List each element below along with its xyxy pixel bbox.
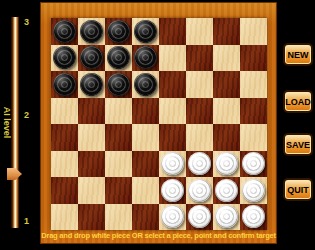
black-piece[interactable] xyxy=(53,73,76,96)
board-cell-f1[interactable] xyxy=(186,204,213,231)
board-cell-e1[interactable] xyxy=(159,204,186,231)
board-cell-e8[interactable] xyxy=(159,18,186,45)
black-piece[interactable] xyxy=(53,46,76,69)
black-piece[interactable] xyxy=(107,73,130,96)
black-piece[interactable] xyxy=(80,46,103,69)
board-cell-b2[interactable] xyxy=(78,177,105,204)
board-cell-f4[interactable] xyxy=(186,124,213,151)
black-piece[interactable] xyxy=(80,20,103,43)
board-cell-g6[interactable] xyxy=(213,71,240,98)
black-piece[interactable] xyxy=(134,46,157,69)
board-cell-f2[interactable] xyxy=(186,177,213,204)
quit-button[interactable]: QUIT xyxy=(283,178,313,201)
board-cell-e3[interactable] xyxy=(159,151,186,178)
board-cell-b1[interactable] xyxy=(78,204,105,231)
white-piece[interactable] xyxy=(161,179,184,202)
ai-level-slider-thumb[interactable] xyxy=(7,167,22,181)
board-cell-d4[interactable] xyxy=(132,124,159,151)
board-cell-a8[interactable] xyxy=(51,18,78,45)
board-cell-f5[interactable] xyxy=(186,98,213,125)
status-message: Drag and drop white piece OR select a pi… xyxy=(41,231,276,240)
white-piece[interactable] xyxy=(188,152,211,175)
board-frame: Drag and drop white piece OR select a pi… xyxy=(40,2,277,244)
ai-level-tick-1: 1 xyxy=(24,216,29,226)
ai-level-tick-3: 3 xyxy=(24,17,29,27)
board-cell-c5[interactable] xyxy=(105,98,132,125)
board-cell-b6[interactable] xyxy=(78,71,105,98)
board-cell-e2[interactable] xyxy=(159,177,186,204)
white-piece[interactable] xyxy=(215,179,238,202)
board-cell-g5[interactable] xyxy=(213,98,240,125)
board-cell-h2[interactable] xyxy=(240,177,267,204)
board-cell-g7[interactable] xyxy=(213,45,240,72)
white-piece[interactable] xyxy=(161,205,184,228)
board-cell-b7[interactable] xyxy=(78,45,105,72)
board-cell-a3[interactable] xyxy=(51,151,78,178)
board-cell-a4[interactable] xyxy=(51,124,78,151)
board-cell-f6[interactable] xyxy=(186,71,213,98)
board-cell-g3[interactable] xyxy=(213,151,240,178)
board-cell-f3[interactable] xyxy=(186,151,213,178)
black-piece[interactable] xyxy=(107,46,130,69)
board-cell-g4[interactable] xyxy=(213,124,240,151)
board-cell-g2[interactable] xyxy=(213,177,240,204)
board-cell-h6[interactable] xyxy=(240,71,267,98)
board-cell-d2[interactable] xyxy=(132,177,159,204)
board-cell-d7[interactable] xyxy=(132,45,159,72)
board-cell-c2[interactable] xyxy=(105,177,132,204)
board-cell-a1[interactable] xyxy=(51,204,78,231)
board-cell-d8[interactable] xyxy=(132,18,159,45)
white-piece[interactable] xyxy=(242,152,265,175)
board-cell-d3[interactable] xyxy=(132,151,159,178)
new-button[interactable]: NEW xyxy=(283,43,313,66)
board-cell-d5[interactable] xyxy=(132,98,159,125)
black-piece[interactable] xyxy=(134,20,157,43)
white-piece[interactable] xyxy=(188,205,211,228)
board-cell-a7[interactable] xyxy=(51,45,78,72)
ai-level-label: AI level xyxy=(1,94,12,152)
board-cell-h8[interactable] xyxy=(240,18,267,45)
board-cell-g1[interactable] xyxy=(213,204,240,231)
ai-level-tick-2: 2 xyxy=(24,110,29,120)
white-piece[interactable] xyxy=(161,152,184,175)
board-cell-c4[interactable] xyxy=(105,124,132,151)
ai-level-slider-track[interactable] xyxy=(11,17,19,228)
board-cell-h7[interactable] xyxy=(240,45,267,72)
board-cell-c1[interactable] xyxy=(105,204,132,231)
board-cell-d1[interactable] xyxy=(132,204,159,231)
white-piece[interactable] xyxy=(242,179,265,202)
black-piece[interactable] xyxy=(134,73,157,96)
board-cell-e7[interactable] xyxy=(159,45,186,72)
load-button[interactable]: LOAD xyxy=(283,90,313,113)
white-piece[interactable] xyxy=(215,205,238,228)
board-cell-b3[interactable] xyxy=(78,151,105,178)
board-cell-a2[interactable] xyxy=(51,177,78,204)
black-piece[interactable] xyxy=(107,20,130,43)
board-cell-f8[interactable] xyxy=(186,18,213,45)
board-cell-e6[interactable] xyxy=(159,71,186,98)
board-cell-g8[interactable] xyxy=(213,18,240,45)
board-cell-c7[interactable] xyxy=(105,45,132,72)
board-cell-f7[interactable] xyxy=(186,45,213,72)
checkers-board[interactable] xyxy=(51,18,267,230)
board-cell-h1[interactable] xyxy=(240,204,267,231)
board-cell-c6[interactable] xyxy=(105,71,132,98)
board-cell-b8[interactable] xyxy=(78,18,105,45)
board-cell-a6[interactable] xyxy=(51,71,78,98)
board-cell-b5[interactable] xyxy=(78,98,105,125)
board-cell-b4[interactable] xyxy=(78,124,105,151)
white-piece[interactable] xyxy=(215,152,238,175)
board-cell-d6[interactable] xyxy=(132,71,159,98)
board-cell-e5[interactable] xyxy=(159,98,186,125)
board-cell-c3[interactable] xyxy=(105,151,132,178)
white-piece[interactable] xyxy=(242,205,265,228)
board-cell-a5[interactable] xyxy=(51,98,78,125)
black-piece[interactable] xyxy=(80,73,103,96)
board-cell-h5[interactable] xyxy=(240,98,267,125)
board-cell-c8[interactable] xyxy=(105,18,132,45)
board-cell-h3[interactable] xyxy=(240,151,267,178)
board-cell-e4[interactable] xyxy=(159,124,186,151)
board-cell-h4[interactable] xyxy=(240,124,267,151)
save-button[interactable]: SAVE xyxy=(283,133,313,156)
black-piece[interactable] xyxy=(53,20,76,43)
white-piece[interactable] xyxy=(188,179,211,202)
